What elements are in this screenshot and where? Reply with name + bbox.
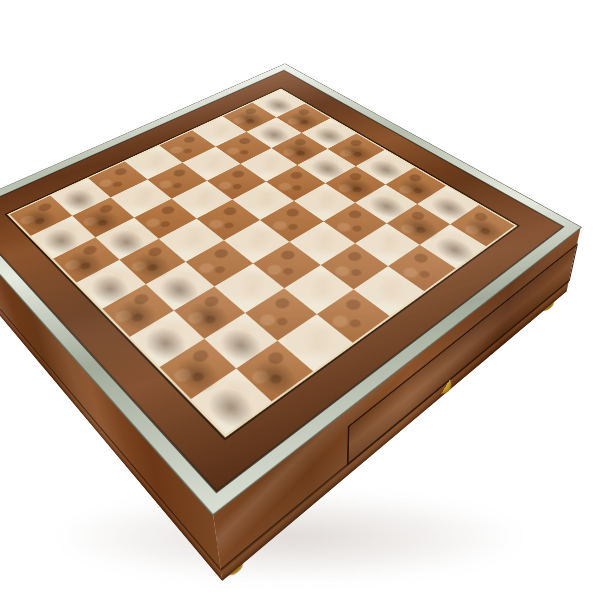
product-photo-canvas: ♜♞♝♛♚♝♞♜♟♟♟♟♟♟♟♟♟♟♟♟♟♟♟♟♜♞♝♛♚♝♞♜: [0, 0, 600, 600]
pawn-glyph: ♟: [406, 198, 499, 246]
rook-glyph: ♜: [174, 334, 288, 400]
chess-set-scene: ♜♞♝♛♚♝♞♜♟♟♟♟♟♟♟♟♟♟♟♟♟♟♟♟♜♞♝♛♚♝♞♜: [0, 0, 600, 600]
chess-box-top: ♜♞♝♛♚♝♞♜♟♟♟♟♟♟♟♟♟♟♟♟♟♟♟♟♜♞♝♛♚♝♞♜: [0, 64, 581, 514]
